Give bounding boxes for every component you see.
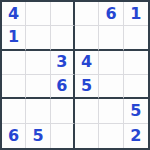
cell-r5c2[interactable] [26,99,50,123]
cell-r3c3[interactable]: 3 [51,51,75,75]
cell-r3c6[interactable] [124,51,148,75]
cell-r4c4[interactable]: 5 [75,75,99,99]
cell-r5c5[interactable] [99,99,123,123]
given-digit: 4 [8,6,19,22]
cell-r3c2[interactable] [26,51,50,75]
cell-r5c4[interactable] [75,99,99,123]
cell-r6c3[interactable] [51,124,75,148]
given-digit: 5 [81,78,92,94]
cell-r5c6[interactable]: 5 [124,99,148,123]
cell-r2c6[interactable] [124,26,148,50]
given-digit: 2 [130,128,141,144]
cell-r6c1[interactable]: 6 [2,124,26,148]
given-digit: 6 [56,78,67,94]
given-digit: 5 [32,128,43,144]
cell-r1c5[interactable]: 6 [99,2,123,26]
given-digit: 4 [81,54,92,70]
cell-r4c2[interactable] [26,75,50,99]
cell-r1c6[interactable]: 1 [124,2,148,26]
cell-r4c6[interactable] [124,75,148,99]
cell-r4c5[interactable] [99,75,123,99]
cell-r6c5[interactable] [99,124,123,148]
cell-r5c3[interactable] [51,99,75,123]
cell-r3c4[interactable]: 4 [75,51,99,75]
cell-r1c3[interactable] [51,2,75,26]
cell-r2c2[interactable] [26,26,50,50]
cell-r2c5[interactable] [99,26,123,50]
given-digit: 6 [8,128,19,144]
cell-r2c1[interactable]: 1 [2,26,26,50]
cell-r1c1[interactable]: 4 [2,2,26,26]
cell-r5c1[interactable] [2,99,26,123]
given-digit: 1 [8,29,19,45]
given-digit: 5 [130,103,141,119]
cell-r2c4[interactable] [75,26,99,50]
given-digit: 1 [130,6,141,22]
given-digit: 3 [56,54,67,70]
cell-r6c4[interactable] [75,124,99,148]
cell-r4c1[interactable] [2,75,26,99]
cell-r2c3[interactable] [51,26,75,50]
cell-r1c4[interactable] [75,2,99,26]
cell-r1c2[interactable] [26,2,50,26]
cell-r3c5[interactable] [99,51,123,75]
cell-r6c6[interactable]: 2 [124,124,148,148]
cell-r3c1[interactable] [2,51,26,75]
cell-r6c2[interactable]: 5 [26,124,50,148]
cell-r4c3[interactable]: 6 [51,75,75,99]
sudoku-board: 461134655652 [0,0,150,150]
given-digit: 6 [105,6,116,22]
